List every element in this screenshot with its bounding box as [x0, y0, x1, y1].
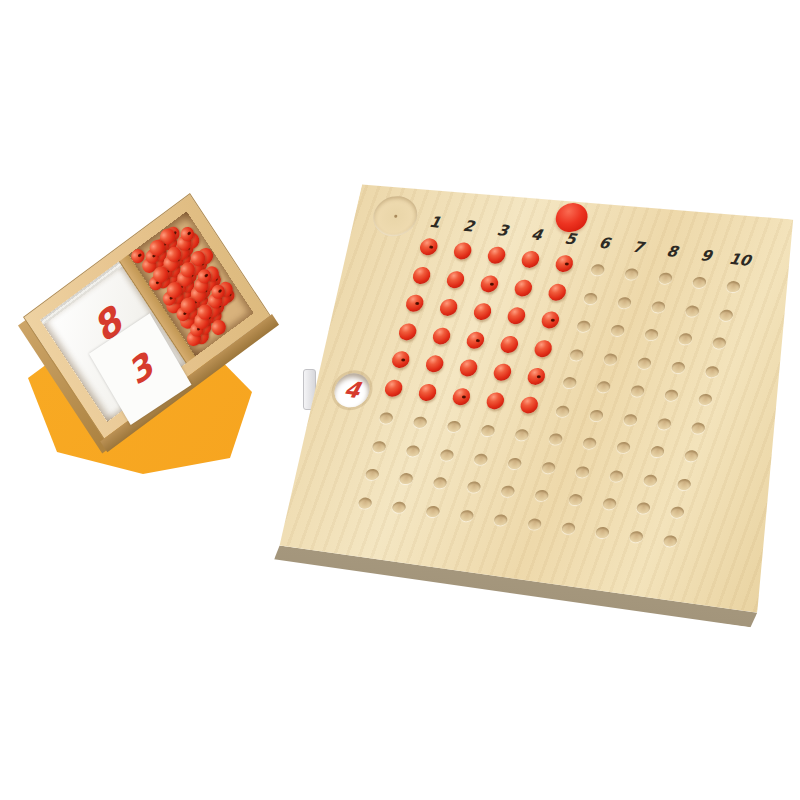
scene: 8 3 12345678910 4 — [0, 0, 800, 800]
window-digit: 4 — [342, 378, 363, 402]
multiplication-board: 12345678910 4 — [275, 185, 800, 609]
card-3-digit: 3 — [122, 348, 158, 390]
column-label-10: 10 — [727, 250, 752, 270]
